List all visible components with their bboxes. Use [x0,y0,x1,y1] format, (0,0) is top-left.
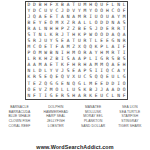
grid-cell: F [121,93,127,99]
word-list-item: JELLYFISH [47,120,65,123]
word-list-item: CLOWN FISH [9,120,31,123]
word-list-item: PLANKTON [84,120,103,123]
word-list-item: STINGRAY [121,120,138,123]
word-list-column-3: MANATEEMOLLUSKMORAY EELPLANKTONSAND DOLL… [81,106,105,128]
word-list-column-1: BARNACLEBARRACUDABLUE WHALECLOWN FISHCOR… [8,106,30,128]
footer: www.WordSearchAddict.com [0,135,150,150]
word-list-item: MANATEE [85,106,101,109]
word-list-item: CORAL REEF [9,125,31,128]
word-list-item: SAND DOLLAR [81,125,105,128]
word-list-item: BARNACLE [10,106,29,109]
word-list-column-4: SEA LIONSEA TURTLESTARFISHSTINGRAYTIGER … [118,106,141,128]
word-list-item: TIGER SHARK [118,125,141,128]
word-list-item: SEA LION [122,106,138,109]
word-list-item: DOLPHIN [48,106,63,109]
word-list-item: LOBSTER [48,125,64,128]
site-url: www.WordSearchAddict.com [36,144,113,150]
puzzle-page: DDBHFXBATUMHQUFLNLYDCUVCJDVYMYOOHCOFJQAE… [0,0,150,150]
word-list-column-2: DOLPHINHAMMERHEADHARP SEALJELLYFISHLOBST… [43,106,68,128]
word-list: BARNACLEBARRACUDABLUE WHALECLOWN FISHCOR… [2,106,148,130]
word-search-grid: DDBHFXBATUMHQUFLNLYDCUVCJDVYMYOOHCOFJQAE… [25,1,128,100]
